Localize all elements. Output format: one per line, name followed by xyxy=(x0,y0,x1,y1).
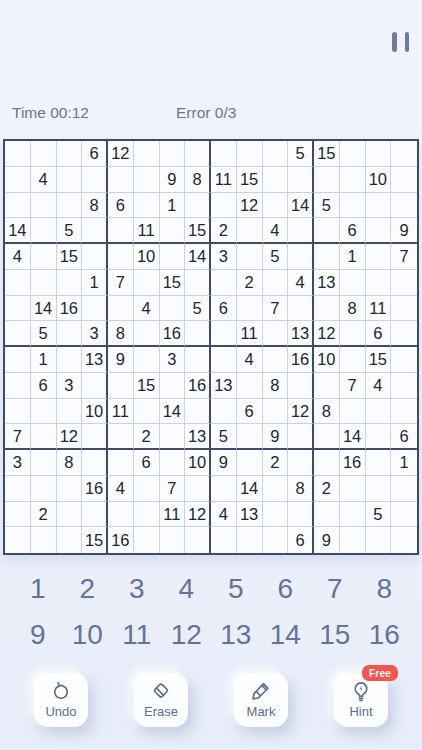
cell-r16c10[interactable] xyxy=(237,527,263,553)
cell-r7c16[interactable] xyxy=(391,296,417,322)
cell-r3c6[interactable] xyxy=(134,193,160,219)
cell-r7c14[interactable]: 8 xyxy=(340,296,366,322)
cell-r14c3[interactable] xyxy=(57,476,83,502)
cell-r3c14[interactable] xyxy=(340,193,366,219)
cell-r4c3[interactable]: 5 xyxy=(57,218,83,244)
cell-r4c15[interactable] xyxy=(366,218,392,244)
pause-icon xyxy=(405,32,410,52)
cell-r2c14[interactable] xyxy=(340,167,366,193)
cell-r10c12[interactable] xyxy=(288,373,314,399)
cell-r13c1[interactable]: 3 xyxy=(5,450,31,476)
cell-r12c16[interactable]: 6 xyxy=(391,424,417,450)
cell-r8c15[interactable]: 6 xyxy=(366,321,392,347)
cell-r15c4[interactable] xyxy=(82,502,108,528)
cell-r9c14[interactable] xyxy=(340,347,366,373)
undo-label: Undo xyxy=(45,704,76,719)
erase-label: Erase xyxy=(144,704,178,719)
cell-r11c5[interactable]: 11 xyxy=(108,399,134,425)
cell-r15c9[interactable]: 4 xyxy=(211,502,237,528)
cell-r13c10[interactable] xyxy=(237,450,263,476)
cell-r16c7[interactable] xyxy=(160,527,186,553)
cell-r12c8[interactable]: 13 xyxy=(185,424,211,450)
cell-r13c2[interactable] xyxy=(31,450,57,476)
cell-r10c16[interactable] xyxy=(391,373,417,399)
cell-r7c9[interactable]: 6 xyxy=(211,296,237,322)
numpad-key-13[interactable]: 13 xyxy=(211,612,261,658)
cell-r1c10[interactable] xyxy=(237,141,263,167)
cell-r6c16[interactable] xyxy=(391,270,417,296)
cell-r15c10[interactable]: 13 xyxy=(237,502,263,528)
cell-r2c7[interactable]: 9 xyxy=(160,167,186,193)
cell-r16c14[interactable] xyxy=(340,527,366,553)
cell-r7c15[interactable]: 11 xyxy=(366,296,392,322)
cell-r15c15[interactable]: 5 xyxy=(366,502,392,528)
cell-r9c6[interactable] xyxy=(134,347,160,373)
cell-r5c15[interactable] xyxy=(366,244,392,270)
cell-r8c11[interactable] xyxy=(263,321,289,347)
cell-r5c5[interactable] xyxy=(108,244,134,270)
cell-r10c6[interactable]: 15 xyxy=(134,373,160,399)
cell-r2c8[interactable]: 8 xyxy=(185,167,211,193)
cell-r6c8[interactable] xyxy=(185,270,211,296)
numpad-key-7[interactable]: 7 xyxy=(310,566,360,612)
cell-r3c7[interactable]: 1 xyxy=(160,193,186,219)
cell-r16c15[interactable] xyxy=(366,527,392,553)
cell-r5c13[interactable] xyxy=(314,244,340,270)
cell-r5c16[interactable]: 7 xyxy=(391,244,417,270)
undo-icon xyxy=(49,679,73,703)
cell-r12c5[interactable] xyxy=(108,424,134,450)
cell-r10c10[interactable] xyxy=(237,373,263,399)
cell-r3c8[interactable] xyxy=(185,193,211,219)
cell-r4c1[interactable]: 14 xyxy=(5,218,31,244)
numpad-key-15[interactable]: 15 xyxy=(310,612,360,658)
cell-r5c2[interactable] xyxy=(31,244,57,270)
pencil-icon xyxy=(249,679,273,703)
cell-r16c12[interactable]: 6 xyxy=(288,527,314,553)
cell-r9c5[interactable]: 9 xyxy=(108,347,134,373)
cell-r3c9[interactable] xyxy=(211,193,237,219)
cell-r3c10[interactable]: 12 xyxy=(237,193,263,219)
cell-r8c6[interactable] xyxy=(134,321,160,347)
cell-r7c13[interactable] xyxy=(314,296,340,322)
cell-r8c3[interactable] xyxy=(57,321,83,347)
cell-r9c3[interactable] xyxy=(57,347,83,373)
cell-r11c15[interactable] xyxy=(366,399,392,425)
cell-r1c12[interactable]: 5 xyxy=(288,141,314,167)
cell-r8c14[interactable] xyxy=(340,321,366,347)
cell-r13c11[interactable]: 2 xyxy=(263,450,289,476)
cell-r6c5[interactable]: 7 xyxy=(108,270,134,296)
cell-r15c12[interactable] xyxy=(288,502,314,528)
cell-r5c6[interactable]: 10 xyxy=(134,244,160,270)
cell-r14c15[interactable] xyxy=(366,476,392,502)
cell-r1c7[interactable] xyxy=(160,141,186,167)
cell-r12c13[interactable] xyxy=(314,424,340,450)
cell-r5c1[interactable]: 4 xyxy=(5,244,31,270)
cell-r15c16[interactable] xyxy=(391,502,417,528)
cell-r13c8[interactable]: 10 xyxy=(185,450,211,476)
cell-r6c10[interactable]: 2 xyxy=(237,270,263,296)
cell-r9c10[interactable]: 4 xyxy=(237,347,263,373)
cell-r7c5[interactable] xyxy=(108,296,134,322)
cell-r5c14[interactable]: 1 xyxy=(340,244,366,270)
cell-r12c4[interactable] xyxy=(82,424,108,450)
cell-r3c2[interactable] xyxy=(31,193,57,219)
cell-r1c13[interactable]: 15 xyxy=(314,141,340,167)
cell-r4c12[interactable] xyxy=(288,218,314,244)
cell-r5c9[interactable]: 3 xyxy=(211,244,237,270)
cell-r1c11[interactable] xyxy=(263,141,289,167)
cell-r13c15[interactable] xyxy=(366,450,392,476)
error-display: Error 0/3 xyxy=(176,104,236,122)
cell-r14c4[interactable]: 16 xyxy=(82,476,108,502)
cell-r15c8[interactable]: 12 xyxy=(185,502,211,528)
cell-r7c7[interactable] xyxy=(160,296,186,322)
cell-r9c7[interactable]: 3 xyxy=(160,347,186,373)
cell-r1c4[interactable]: 6 xyxy=(82,141,108,167)
cell-r8c7[interactable]: 16 xyxy=(160,321,186,347)
cell-r7c1[interactable] xyxy=(5,296,31,322)
cell-r11c7[interactable]: 14 xyxy=(160,399,186,425)
cell-r14c10[interactable]: 14 xyxy=(237,476,263,502)
cell-r3c12[interactable]: 14 xyxy=(288,193,314,219)
numpad-key-12[interactable]: 12 xyxy=(162,612,212,658)
cell-r6c7[interactable]: 15 xyxy=(160,270,186,296)
numpad-key-4[interactable]: 4 xyxy=(162,566,212,612)
cell-r16c1[interactable] xyxy=(5,527,31,553)
cell-r14c9[interactable] xyxy=(211,476,237,502)
cell-r3c3[interactable] xyxy=(57,193,83,219)
cell-r3c1[interactable] xyxy=(5,193,31,219)
hint-bulb-icon xyxy=(349,679,373,703)
cell-r12c7[interactable] xyxy=(160,424,186,450)
cell-r5c8[interactable]: 14 xyxy=(185,244,211,270)
cell-r14c8[interactable] xyxy=(185,476,211,502)
cell-r16c9[interactable] xyxy=(211,527,237,553)
mark-button[interactable]: Mark xyxy=(234,673,288,727)
cell-r2c13[interactable] xyxy=(314,167,340,193)
cell-r14c16[interactable] xyxy=(391,476,417,502)
number-pad: 12345678 910111213141516 xyxy=(0,566,422,658)
numpad-key-3[interactable]: 3 xyxy=(112,566,162,612)
cell-r4c10[interactable] xyxy=(237,218,263,244)
cell-r6c11[interactable] xyxy=(263,270,289,296)
cell-r3c5[interactable]: 6 xyxy=(108,193,134,219)
cell-r12c15[interactable] xyxy=(366,424,392,450)
cell-r1c2[interactable] xyxy=(31,141,57,167)
cell-r8c12[interactable]: 13 xyxy=(288,321,314,347)
cell-r14c6[interactable] xyxy=(134,476,160,502)
status-bar: Time 00:12 Error 0/3 xyxy=(0,104,422,122)
cell-r9c12[interactable]: 16 xyxy=(288,347,314,373)
cell-r11c6[interactable] xyxy=(134,399,160,425)
hint-button[interactable]: Free Hint xyxy=(334,673,388,727)
cell-r6c2[interactable] xyxy=(31,270,57,296)
cell-r4c4[interactable] xyxy=(82,218,108,244)
cell-r9c2[interactable]: 1 xyxy=(31,347,57,373)
numpad-key-14[interactable]: 14 xyxy=(261,612,311,658)
cell-r1c16[interactable] xyxy=(391,141,417,167)
cell-r11c1[interactable] xyxy=(5,399,31,425)
cell-r14c7[interactable]: 7 xyxy=(160,476,186,502)
cell-r13c12[interactable] xyxy=(288,450,314,476)
cell-r1c15[interactable] xyxy=(366,141,392,167)
cell-r2c11[interactable] xyxy=(263,167,289,193)
cell-r9c4[interactable]: 13 xyxy=(82,347,108,373)
toolbar: Undo Erase Mark Free Hint xyxy=(0,673,422,727)
mark-label: Mark xyxy=(247,704,276,719)
numpad-row-1: 12345678 xyxy=(0,566,422,612)
cell-r15c11[interactable] xyxy=(263,502,289,528)
numpad-key-10[interactable]: 10 xyxy=(63,612,113,658)
numpad-key-16[interactable]: 16 xyxy=(360,612,410,658)
cell-r4c13[interactable] xyxy=(314,218,340,244)
cell-r11c3[interactable] xyxy=(57,399,83,425)
cell-r12c6[interactable]: 2 xyxy=(134,424,160,450)
cell-r16c6[interactable] xyxy=(134,527,160,553)
cell-r7c12[interactable] xyxy=(288,296,314,322)
cell-r2c2[interactable]: 4 xyxy=(31,167,57,193)
cell-r6c1[interactable] xyxy=(5,270,31,296)
cell-r10c11[interactable]: 8 xyxy=(263,373,289,399)
cell-r12c12[interactable] xyxy=(288,424,314,450)
cell-r12c14[interactable]: 14 xyxy=(340,424,366,450)
sudoku-grid: 6125154981115108611214514511152469415101… xyxy=(3,139,419,555)
cell-r1c3[interactable] xyxy=(57,141,83,167)
cell-r4c5[interactable] xyxy=(108,218,134,244)
cell-r6c9[interactable] xyxy=(211,270,237,296)
cell-r13c3[interactable]: 8 xyxy=(57,450,83,476)
cell-r8c2[interactable]: 5 xyxy=(31,321,57,347)
numpad-key-9[interactable]: 9 xyxy=(13,612,63,658)
cell-r12c3[interactable]: 12 xyxy=(57,424,83,450)
cell-r2c5[interactable] xyxy=(108,167,134,193)
time-display: Time 00:12 xyxy=(12,104,89,122)
cell-r12c2[interactable] xyxy=(31,424,57,450)
cell-r2c12[interactable] xyxy=(288,167,314,193)
cell-r6c12[interactable]: 4 xyxy=(288,270,314,296)
cell-r13c6[interactable]: 6 xyxy=(134,450,160,476)
cell-r14c2[interactable] xyxy=(31,476,57,502)
cell-r6c13[interactable]: 13 xyxy=(314,270,340,296)
undo-button[interactable]: Undo xyxy=(34,673,88,727)
pause-icon xyxy=(392,32,397,52)
cell-r8c9[interactable] xyxy=(211,321,237,347)
cell-r7c8[interactable]: 5 xyxy=(185,296,211,322)
cell-r14c5[interactable]: 4 xyxy=(108,476,134,502)
cell-r14c14[interactable] xyxy=(340,476,366,502)
cell-r15c2[interactable]: 2 xyxy=(31,502,57,528)
cell-r4c9[interactable]: 2 xyxy=(211,218,237,244)
cell-r3c4[interactable]: 8 xyxy=(82,193,108,219)
cell-r8c16[interactable] xyxy=(391,321,417,347)
cell-r10c7[interactable] xyxy=(160,373,186,399)
cell-r4c6[interactable]: 11 xyxy=(134,218,160,244)
cell-r7c11[interactable]: 7 xyxy=(263,296,289,322)
cell-r6c14[interactable] xyxy=(340,270,366,296)
cell-r16c4[interactable]: 15 xyxy=(82,527,108,553)
cell-r13c7[interactable] xyxy=(160,450,186,476)
cell-r2c15[interactable]: 10 xyxy=(366,167,392,193)
cell-r15c5[interactable] xyxy=(108,502,134,528)
cell-r5c10[interactable] xyxy=(237,244,263,270)
cell-r15c1[interactable] xyxy=(5,502,31,528)
cell-r13c13[interactable] xyxy=(314,450,340,476)
cell-r7c4[interactable] xyxy=(82,296,108,322)
cell-r10c3[interactable]: 3 xyxy=(57,373,83,399)
cell-r2c16[interactable] xyxy=(391,167,417,193)
cell-r10c9[interactable]: 13 xyxy=(211,373,237,399)
cell-r8c4[interactable]: 3 xyxy=(82,321,108,347)
cell-r3c11[interactable] xyxy=(263,193,289,219)
cell-r2c9[interactable]: 11 xyxy=(211,167,237,193)
numpad-row-2: 910111213141516 xyxy=(0,612,422,658)
cell-r16c13[interactable]: 9 xyxy=(314,527,340,553)
cell-r2c10[interactable]: 15 xyxy=(237,167,263,193)
cell-r12c11[interactable]: 9 xyxy=(263,424,289,450)
cell-r9c16[interactable] xyxy=(391,347,417,373)
cell-r2c4[interactable] xyxy=(82,167,108,193)
cell-r1c9[interactable] xyxy=(211,141,237,167)
cell-r1c8[interactable] xyxy=(185,141,211,167)
cell-r15c3[interactable] xyxy=(57,502,83,528)
cell-r11c4[interactable]: 10 xyxy=(82,399,108,425)
cell-r5c7[interactable] xyxy=(160,244,186,270)
erase-button[interactable]: Erase xyxy=(134,673,188,727)
cell-r7c10[interactable] xyxy=(237,296,263,322)
cell-r4c14[interactable]: 6 xyxy=(340,218,366,244)
cell-r3c13[interactable]: 5 xyxy=(314,193,340,219)
cell-r7c2[interactable]: 14 xyxy=(31,296,57,322)
cell-r11c12[interactable]: 12 xyxy=(288,399,314,425)
cell-r4c16[interactable]: 9 xyxy=(391,218,417,244)
cell-r11c11[interactable] xyxy=(263,399,289,425)
cell-r16c2[interactable] xyxy=(31,527,57,553)
cell-r7c6[interactable]: 4 xyxy=(134,296,160,322)
cell-r2c3[interactable] xyxy=(57,167,83,193)
cell-r10c1[interactable] xyxy=(5,373,31,399)
cell-r11c14[interactable] xyxy=(340,399,366,425)
cell-r9c11[interactable] xyxy=(263,347,289,373)
cell-r10c14[interactable]: 7 xyxy=(340,373,366,399)
cell-r14c13[interactable]: 2 xyxy=(314,476,340,502)
cell-r10c2[interactable]: 6 xyxy=(31,373,57,399)
numpad-key-1[interactable]: 1 xyxy=(13,566,63,612)
cell-r4c7[interactable] xyxy=(160,218,186,244)
cell-r4c11[interactable]: 4 xyxy=(263,218,289,244)
cell-r14c11[interactable] xyxy=(263,476,289,502)
cell-r15c14[interactable] xyxy=(340,502,366,528)
cell-r5c12[interactable] xyxy=(288,244,314,270)
cell-r16c5[interactable]: 16 xyxy=(108,527,134,553)
cell-r15c7[interactable]: 11 xyxy=(160,502,186,528)
cell-r8c5[interactable]: 8 xyxy=(108,321,134,347)
cell-r3c15[interactable] xyxy=(366,193,392,219)
cell-r1c5[interactable]: 12 xyxy=(108,141,134,167)
cell-r9c8[interactable] xyxy=(185,347,211,373)
numpad-key-11[interactable]: 11 xyxy=(112,612,162,658)
cell-r1c1[interactable] xyxy=(5,141,31,167)
cell-r13c9[interactable]: 9 xyxy=(211,450,237,476)
cell-r12c9[interactable]: 5 xyxy=(211,424,237,450)
cell-r2c1[interactable] xyxy=(5,167,31,193)
cell-r14c1[interactable] xyxy=(5,476,31,502)
cell-r1c14[interactable] xyxy=(340,141,366,167)
cell-r13c14[interactable]: 16 xyxy=(340,450,366,476)
cell-r8c8[interactable] xyxy=(185,321,211,347)
free-badge: Free xyxy=(362,665,398,681)
error-value: 0/3 xyxy=(215,104,237,121)
numpad-key-6[interactable]: 6 xyxy=(261,566,311,612)
numpad-key-5[interactable]: 5 xyxy=(211,566,261,612)
cell-r5c4[interactable] xyxy=(82,244,108,270)
cell-r12c10[interactable] xyxy=(237,424,263,450)
cell-r10c4[interactable] xyxy=(82,373,108,399)
cell-r2c6[interactable] xyxy=(134,167,160,193)
cell-r11c10[interactable]: 6 xyxy=(237,399,263,425)
cell-r9c1[interactable] xyxy=(5,347,31,373)
cell-r5c3[interactable]: 15 xyxy=(57,244,83,270)
cell-r11c2[interactable] xyxy=(31,399,57,425)
cell-r15c6[interactable] xyxy=(134,502,160,528)
cell-r10c8[interactable]: 16 xyxy=(185,373,211,399)
cell-r10c15[interactable]: 4 xyxy=(366,373,392,399)
cell-r4c8[interactable]: 15 xyxy=(185,218,211,244)
pause-button[interactable] xyxy=(392,32,409,52)
cell-r16c3[interactable] xyxy=(57,527,83,553)
cell-r11c9[interactable] xyxy=(211,399,237,425)
cell-r15c13[interactable] xyxy=(314,502,340,528)
cell-r13c5[interactable] xyxy=(108,450,134,476)
numpad-key-8[interactable]: 8 xyxy=(360,566,410,612)
cell-r14c12[interactable]: 8 xyxy=(288,476,314,502)
hint-label: Hint xyxy=(349,704,372,719)
cell-r8c13[interactable]: 12 xyxy=(314,321,340,347)
cell-r8c1[interactable] xyxy=(5,321,31,347)
cell-r16c8[interactable] xyxy=(185,527,211,553)
cell-r13c4[interactable] xyxy=(82,450,108,476)
time-value: 00:12 xyxy=(50,104,89,121)
eraser-icon xyxy=(149,679,173,703)
cell-r11c16[interactable] xyxy=(391,399,417,425)
cell-r12c1[interactable]: 7 xyxy=(5,424,31,450)
cell-r11c13[interactable]: 8 xyxy=(314,399,340,425)
cell-r16c16[interactable] xyxy=(391,527,417,553)
cell-r3c16[interactable] xyxy=(391,193,417,219)
cell-r6c4[interactable]: 1 xyxy=(82,270,108,296)
cell-r6c3[interactable] xyxy=(57,270,83,296)
cell-r11c8[interactable] xyxy=(185,399,211,425)
cell-r9c9[interactable] xyxy=(211,347,237,373)
cell-r7c3[interactable]: 16 xyxy=(57,296,83,322)
cell-r9c15[interactable]: 15 xyxy=(366,347,392,373)
cell-r5c11[interactable]: 5 xyxy=(263,244,289,270)
cell-r8c10[interactable]: 11 xyxy=(237,321,263,347)
cell-r10c13[interactable] xyxy=(314,373,340,399)
cell-r10c5[interactable] xyxy=(108,373,134,399)
cell-r6c6[interactable] xyxy=(134,270,160,296)
cell-r9c13[interactable]: 10 xyxy=(314,347,340,373)
cell-r13c16[interactable]: 1 xyxy=(391,450,417,476)
cell-r6c15[interactable] xyxy=(366,270,392,296)
numpad-key-2[interactable]: 2 xyxy=(63,566,113,612)
cell-r16c11[interactable] xyxy=(263,527,289,553)
cell-r1c6[interactable] xyxy=(134,141,160,167)
cell-r4c2[interactable] xyxy=(31,218,57,244)
